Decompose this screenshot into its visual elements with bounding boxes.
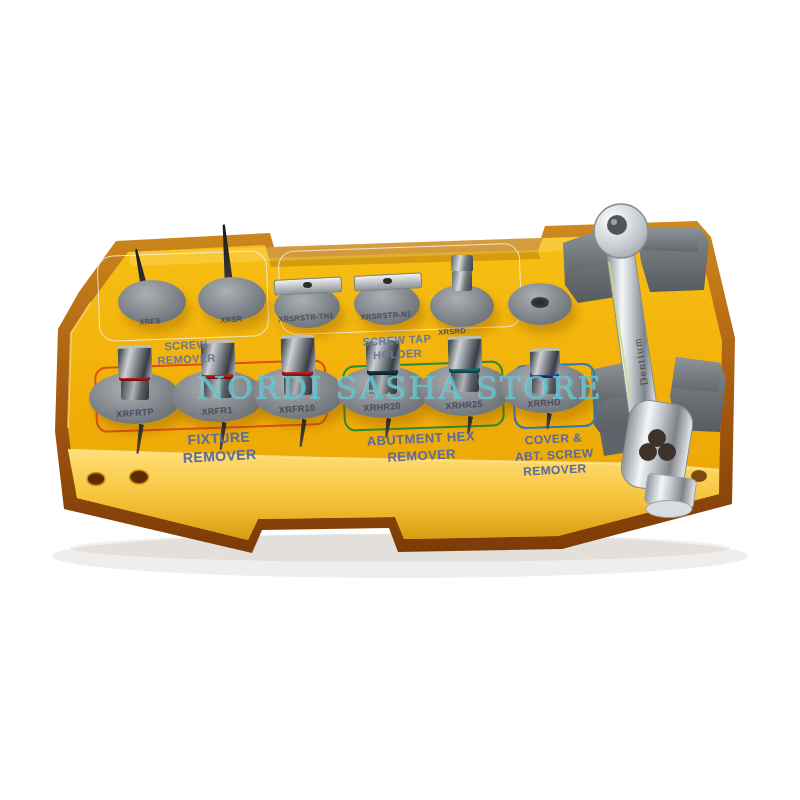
tool-code-label: XRSR [220, 314, 243, 325]
section-label-abutment-hex-remover: ABUTMENT HEX REMOVER [366, 428, 476, 467]
wrench-end-cap [646, 501, 692, 518]
section-label-cover-abt-screw-remover: COVER & ABT. SCREW REMOVER [513, 430, 594, 481]
store-watermark: NORDI SASHA STORE [197, 369, 603, 407]
section-label-screw-tap-holder: SCREW TAP HOLDER [362, 331, 432, 363]
section-label-fixture-remover: FIXTURE REMOVER [181, 427, 256, 467]
tray-hole [130, 470, 149, 484]
tool-code-label: XRSRD [438, 326, 466, 337]
product-photo: Dentium [0, 0, 800, 800]
tray-hole [87, 473, 105, 486]
section-label-screw-remover: SCREW REMOVER [156, 336, 216, 368]
tool-code-label: XRFS [139, 316, 161, 326]
